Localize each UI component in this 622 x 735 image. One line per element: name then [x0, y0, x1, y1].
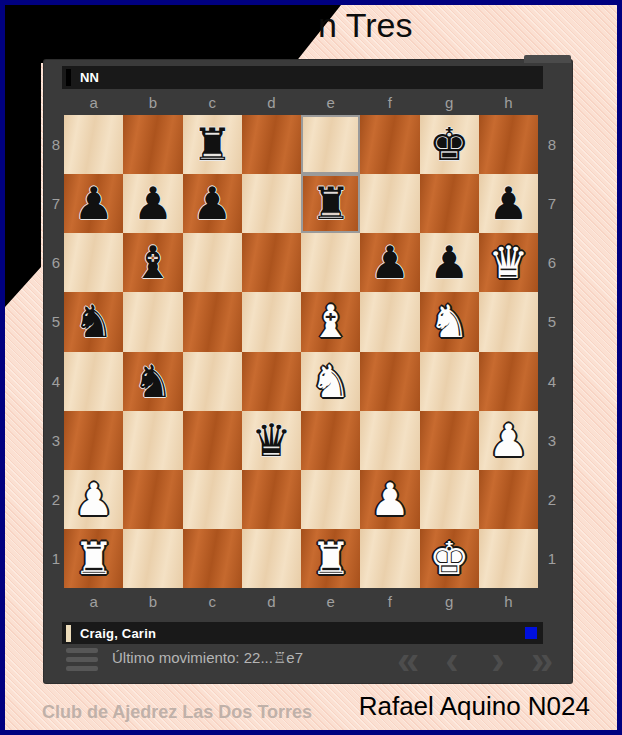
coord-label: 4	[540, 352, 564, 411]
coord-label: 2	[540, 470, 564, 529]
square-h8[interactable]	[479, 115, 538, 174]
coord-label: a	[64, 90, 123, 114]
square-c8[interactable]: ♜	[183, 115, 242, 174]
square-d5[interactable]	[242, 292, 301, 351]
white-queen: ♛	[488, 240, 528, 285]
square-e2[interactable]	[301, 470, 360, 529]
author-name: Rafael Aquino N024	[359, 691, 590, 722]
frame-top-tab	[524, 55, 571, 63]
white-king: ♚	[429, 536, 469, 581]
coord-label: a	[64, 590, 123, 612]
square-h4[interactable]	[479, 352, 538, 411]
square-a2[interactable]: ♟	[64, 470, 123, 529]
white-rook: ♜	[310, 536, 350, 581]
square-e8[interactable]	[301, 115, 360, 174]
file-labels-bottom: abcdefgh	[64, 590, 538, 612]
move-navigation: « ‹ › »	[62, 638, 554, 674]
black-pawn: ♟	[192, 181, 232, 226]
black-pawn: ♟	[488, 181, 528, 226]
coord-label: 7	[540, 174, 564, 233]
coord-label: c	[183, 590, 242, 612]
coord-label: h	[479, 90, 538, 114]
page-title: n Tres	[318, 6, 412, 45]
square-c3[interactable]	[183, 411, 242, 470]
first-move-button[interactable]: «	[390, 638, 426, 682]
rank-labels-right: 87654321	[540, 115, 564, 588]
square-b6[interactable]: ♝	[123, 233, 182, 292]
square-e4[interactable]: ♞	[301, 352, 360, 411]
square-h1[interactable]	[479, 529, 538, 588]
coord-label: c	[183, 90, 242, 114]
square-f2[interactable]: ♟	[360, 470, 419, 529]
coord-label: 1	[540, 529, 564, 588]
white-bishop: ♝	[310, 299, 350, 344]
top-player-name: NN	[80, 70, 99, 85]
square-f8[interactable]	[360, 115, 419, 174]
square-h3[interactable]: ♟	[479, 411, 538, 470]
square-c6[interactable]	[183, 233, 242, 292]
coord-label: d	[242, 90, 301, 114]
white-rook: ♜	[73, 536, 113, 581]
square-b2[interactable]	[123, 470, 182, 529]
square-d3[interactable]: ♛	[242, 411, 301, 470]
chess-board: ♜♚♟♟♟♜♟♝♟♟♛♞♝♞♞♞♛♟♟♟♜♜♚	[64, 115, 538, 588]
square-f6[interactable]: ♟	[360, 233, 419, 292]
square-e3[interactable]	[301, 411, 360, 470]
square-d6[interactable]	[242, 233, 301, 292]
coord-label: d	[242, 590, 301, 612]
white-pawn: ♟	[488, 418, 528, 463]
square-f1[interactable]	[360, 529, 419, 588]
coord-label: f	[360, 590, 419, 612]
black-pawn: ♟	[429, 240, 469, 285]
square-g2[interactable]	[420, 470, 479, 529]
white-knight: ♞	[429, 299, 469, 344]
coord-label: 5	[540, 292, 564, 351]
black-queen: ♛	[251, 418, 291, 463]
black-knight: ♞	[133, 359, 173, 404]
square-b3[interactable]	[123, 411, 182, 470]
square-a4[interactable]	[64, 352, 123, 411]
square-c7[interactable]: ♟	[183, 174, 242, 233]
coord-label: g	[420, 590, 479, 612]
prev-move-button[interactable]: ‹	[434, 638, 470, 682]
square-b1[interactable]	[123, 529, 182, 588]
square-d1[interactable]	[242, 529, 301, 588]
square-c2[interactable]	[183, 470, 242, 529]
square-e5[interactable]: ♝	[301, 292, 360, 351]
top-player-bar: NN	[62, 66, 543, 89]
square-g6[interactable]: ♟	[420, 233, 479, 292]
coord-label: 6	[540, 233, 564, 292]
chess-widget-frame: NN abcdefgh 87654321 87654321 ♜♚♟♟♟♜♟♝♟♟…	[44, 60, 572, 683]
square-b8[interactable]	[123, 115, 182, 174]
square-h2[interactable]	[479, 470, 538, 529]
square-a5[interactable]: ♞	[64, 292, 123, 351]
square-a3[interactable]	[64, 411, 123, 470]
square-a8[interactable]	[64, 115, 123, 174]
control-bar: Último movimiento: 22...♖e7 « ‹ › »	[62, 644, 554, 680]
square-b5[interactable]	[123, 292, 182, 351]
coord-label: e	[301, 90, 360, 114]
black-pawn: ♟	[370, 240, 410, 285]
square-b4[interactable]: ♞	[123, 352, 182, 411]
square-e1[interactable]: ♜	[301, 529, 360, 588]
square-g7[interactable]	[420, 174, 479, 233]
black-rook: ♜	[192, 122, 232, 167]
square-f3[interactable]	[360, 411, 419, 470]
square-g5[interactable]: ♞	[420, 292, 479, 351]
square-g8[interactable]: ♚	[420, 115, 479, 174]
coord-label: g	[420, 90, 479, 114]
black-pawn: ♟	[73, 181, 113, 226]
square-h7[interactable]: ♟	[479, 174, 538, 233]
square-h6[interactable]: ♛	[479, 233, 538, 292]
square-d7[interactable]	[242, 174, 301, 233]
coord-label: f	[360, 90, 419, 114]
square-c4[interactable]	[183, 352, 242, 411]
coord-label: 8	[540, 115, 564, 174]
black-king: ♚	[429, 122, 469, 167]
square-a1[interactable]: ♜	[64, 529, 123, 588]
square-f5[interactable]	[360, 292, 419, 351]
square-e7[interactable]: ♜	[301, 174, 360, 233]
coord-label: b	[123, 90, 182, 114]
square-b7[interactable]: ♟	[123, 174, 182, 233]
next-move-button[interactable]: ›	[480, 638, 516, 682]
square-a7[interactable]: ♟	[64, 174, 123, 233]
black-side-marker	[66, 69, 71, 86]
screenshot-root: n Tres NN abcdefgh 87654321 87654321 ♜♚♟…	[0, 0, 622, 735]
square-f4[interactable]	[360, 352, 419, 411]
club-name: Club de Ajedrez Las Dos Torres	[42, 702, 312, 723]
coord-label: h	[479, 590, 538, 612]
square-h5[interactable]	[479, 292, 538, 351]
square-d4[interactable]	[242, 352, 301, 411]
square-f7[interactable]	[360, 174, 419, 233]
coord-label: e	[301, 590, 360, 612]
white-pawn: ♟	[73, 477, 113, 522]
white-knight: ♞	[310, 359, 350, 404]
file-labels-top: abcdefgh	[64, 90, 538, 114]
white-pawn: ♟	[370, 477, 410, 522]
square-d8[interactable]	[242, 115, 301, 174]
black-pawn: ♟	[133, 181, 173, 226]
coord-label: b	[123, 590, 182, 612]
coord-label: 3	[540, 411, 564, 470]
square-e6[interactable]	[301, 233, 360, 292]
last-move-button[interactable]: »	[524, 638, 560, 682]
square-g1[interactable]: ♚	[420, 529, 479, 588]
square-d2[interactable]	[242, 470, 301, 529]
black-knight: ♞	[73, 299, 113, 344]
square-g4[interactable]	[420, 352, 479, 411]
square-c5[interactable]	[183, 292, 242, 351]
square-g3[interactable]	[420, 411, 479, 470]
square-a6[interactable]	[64, 233, 123, 292]
square-c1[interactable]	[183, 529, 242, 588]
black-bishop: ♝	[133, 240, 173, 285]
black-rook: ♜	[310, 181, 350, 226]
